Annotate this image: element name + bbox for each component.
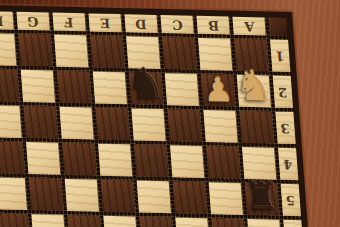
square-e5[interactable] [101,180,135,213]
square-d5[interactable] [137,181,171,214]
square-c1[interactable] [162,37,196,70]
square-c2[interactable] [165,73,199,106]
file-label-h: H [0,11,14,30]
square-b4[interactable] [206,146,240,179]
square-f2[interactable] [57,71,91,104]
square-b5[interactable] [209,182,243,215]
square-c6[interactable] [175,217,209,227]
square-f1[interactable] [54,35,88,68]
square-a6[interactable] [247,219,281,227]
rank-label-5: 5 [281,184,301,216]
square-b2[interactable]: ♟ [201,74,235,107]
file-label-a: A [232,17,265,36]
square-e1[interactable] [90,35,124,68]
square-c4[interactable] [170,145,204,178]
square-e6[interactable] [103,216,137,227]
black-rook-a5[interactable]: ♜ [243,177,280,216]
square-h2[interactable] [0,69,19,102]
square-d3[interactable] [131,108,165,141]
square-g2[interactable] [21,70,55,103]
square-h5[interactable] [0,177,27,210]
file-label-d: D [124,14,157,33]
rank-label-6: 6 [283,220,303,227]
board-corner [268,17,287,35]
square-f5[interactable] [65,179,99,212]
board-grid: HGFEDCBA1♞♟♞234♜5678 [0,11,309,227]
white-pawn-b2[interactable]: ♟ [202,73,234,107]
square-d4[interactable] [134,144,168,177]
rank-label-2: 2 [273,76,293,108]
black-knight-d2[interactable]: ♞ [125,62,166,105]
white-knight-a2[interactable]: ♞ [233,65,274,108]
square-f6[interactable] [67,215,101,227]
square-f4[interactable] [62,143,96,176]
file-label-text: G [27,13,39,28]
rank-label-text: 1 [275,48,285,63]
rank-label-text: 4 [283,156,293,171]
file-label-e: E [88,13,121,32]
rank-label-3: 3 [275,112,295,144]
square-b6[interactable] [211,218,245,227]
file-label-text: A [244,18,255,33]
square-a3[interactable] [239,111,273,144]
square-a2[interactable]: ♞ [237,75,271,108]
chess-board[interactable]: HGFEDCBA1♞♟♞234♜5678 [0,5,315,227]
file-label-text: B [207,18,219,33]
file-label-text: E [100,15,111,30]
file-label-text: C [171,17,182,32]
square-e4[interactable] [98,144,132,177]
square-d2[interactable]: ♞ [129,72,163,105]
square-h3[interactable] [0,105,22,138]
rank-label-1: 1 [270,40,290,72]
square-b3[interactable] [203,110,237,143]
rank-label-text: 2 [278,84,288,99]
file-label-text: F [64,14,74,29]
square-g6[interactable] [31,214,65,227]
square-a5[interactable]: ♜ [245,183,279,216]
file-label-c: C [160,15,193,34]
square-g1[interactable] [18,34,52,67]
file-label-f: F [53,13,86,32]
square-g5[interactable] [29,178,63,211]
rank-label-4: 4 [278,148,298,180]
square-f3[interactable] [59,107,93,140]
square-g3[interactable] [23,106,57,139]
file-label-text: H [0,13,4,28]
file-label-b: B [196,16,229,35]
square-h6[interactable] [0,213,30,227]
square-e2[interactable] [93,71,127,104]
rank-label-text: 5 [286,192,296,207]
square-e3[interactable] [95,108,129,141]
square-h1[interactable] [0,33,16,66]
square-g4[interactable] [26,142,60,175]
square-c3[interactable] [167,109,201,142]
wood-table-background: HGFEDCBA1♞♟♞234♜5678 [0,0,340,227]
square-c5[interactable] [173,181,207,214]
file-label-g: G [17,12,50,31]
square-d6[interactable] [139,217,173,227]
file-label-text: D [135,16,147,31]
rank-label-text: 3 [280,120,290,135]
square-b1[interactable] [198,38,232,71]
square-h4[interactable] [0,141,24,174]
